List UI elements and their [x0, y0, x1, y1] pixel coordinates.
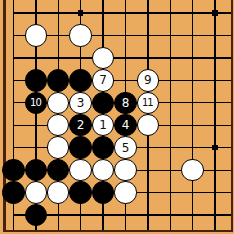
move-5-stone-white: 5	[114, 136, 136, 158]
board-frame-right	[231, 0, 234, 232]
move-number-label: 8	[122, 97, 130, 109]
move-10-stone-black: 10	[25, 92, 47, 114]
stone-white	[137, 114, 159, 136]
stone-white	[69, 159, 91, 181]
stone-black	[25, 159, 47, 181]
stone-black	[2, 181, 24, 203]
move-number-label: 1	[99, 119, 107, 131]
stone-white	[181, 159, 203, 181]
stone-black	[69, 136, 91, 158]
move-7-stone-white: 7	[92, 69, 114, 91]
move-number-label: 7	[99, 74, 107, 86]
stone-black	[69, 181, 91, 203]
move-4-stone-black: 4	[114, 114, 136, 136]
move-number-label: 9	[144, 74, 152, 86]
move-1-stone-white: 1	[92, 114, 114, 136]
move-11-stone-white: 11	[137, 92, 159, 114]
stone-black	[69, 69, 91, 91]
stone-white	[69, 24, 91, 46]
go-board-diagram: 791038112145	[0, 0, 234, 234]
move-number-label: 10	[30, 98, 41, 108]
stone-black	[92, 181, 114, 203]
move-number-label: 3	[77, 97, 85, 109]
stone-white	[92, 159, 114, 181]
move-3-stone-white: 3	[69, 92, 91, 114]
stone-white	[47, 114, 69, 136]
stone-white	[47, 92, 69, 114]
move-2-stone-black: 2	[69, 114, 91, 136]
move-number-label: 11	[142, 98, 153, 108]
move-number-label: 4	[122, 119, 130, 131]
stone-black	[25, 204, 47, 226]
stone-black	[2, 159, 24, 181]
stone-white	[47, 181, 69, 203]
stone-white	[114, 181, 136, 203]
stone-white	[92, 47, 114, 69]
go-board: 791038112145	[2, 2, 226, 226]
move-8-stone-black: 8	[114, 92, 136, 114]
stone-black	[47, 159, 69, 181]
stone-white	[25, 24, 47, 46]
stone-black	[92, 136, 114, 158]
stone-black	[25, 69, 47, 91]
board-frame-bottom	[3, 230, 233, 233]
stone-black	[47, 69, 69, 91]
stone-black	[92, 92, 114, 114]
stone-white	[47, 136, 69, 158]
move-number-label: 5	[122, 142, 130, 154]
move-number-label: 2	[77, 119, 85, 131]
stone-white	[25, 181, 47, 203]
move-9-stone-white: 9	[137, 69, 159, 91]
stone-white	[114, 159, 136, 181]
